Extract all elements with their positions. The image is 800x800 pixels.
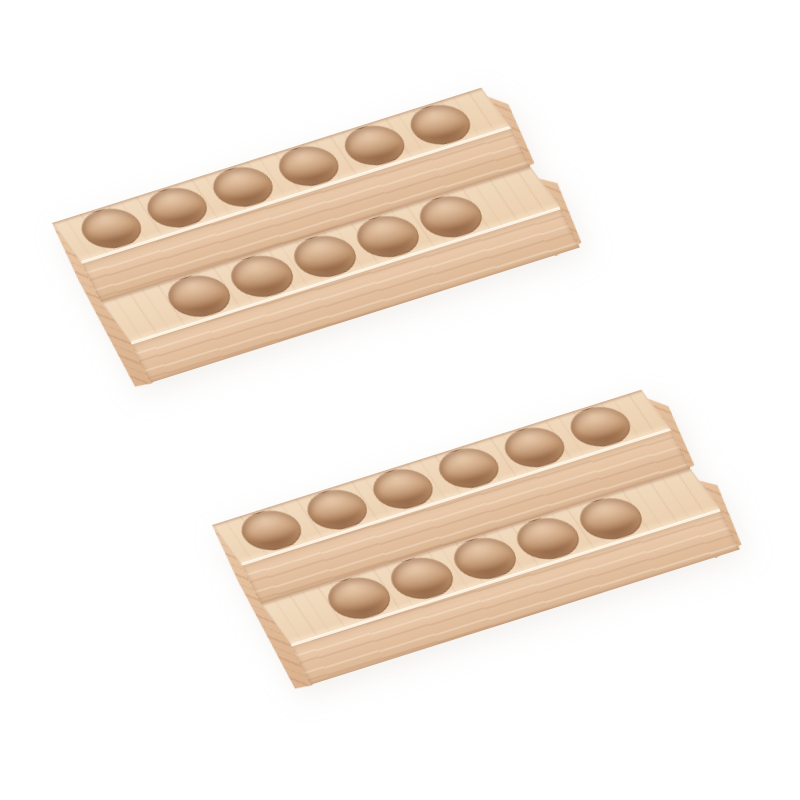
product-photo-stage (0, 0, 800, 800)
rack-2 (212, 373, 750, 702)
rack-1 (52, 71, 590, 400)
